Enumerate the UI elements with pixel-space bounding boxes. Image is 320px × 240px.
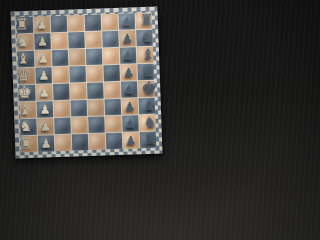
square-h7: ♟: [123, 132, 140, 149]
square-c3: [52, 50, 69, 67]
square-a8: ♜: [136, 13, 153, 30]
black-pawn-icon: ♟: [124, 83, 135, 95]
square-h3: [55, 135, 72, 152]
square-b2: ♟: [34, 33, 51, 50]
square-d2: ♟: [35, 67, 52, 84]
square-b8: ♞: [136, 30, 153, 47]
square-f6: [105, 99, 122, 116]
black-pawn-icon: ♟: [124, 100, 135, 112]
black-pawn-icon: ♟: [123, 66, 134, 78]
white-rook-icon: ♜: [19, 135, 33, 150]
square-e4: [70, 83, 87, 100]
white-pawn-icon: ♟: [37, 35, 48, 47]
board-squares: ♜♟♟♜♞♟♟♞♝♟♟♝♛♟♟♛♚♟♟♚♝♟♟♝♞♟♟♞♜♟♟♜: [17, 13, 157, 153]
square-h4: [72, 134, 89, 151]
black-knight-icon: ♞: [141, 30, 154, 44]
square-g7: ♟: [122, 115, 139, 132]
square-f1: ♝: [20, 102, 37, 119]
white-knight-icon: ♞: [16, 34, 29, 48]
square-g3: [54, 118, 71, 135]
square-c4: [69, 49, 86, 66]
black-knight-icon: ♞: [144, 115, 157, 129]
white-pawn-icon: ♟: [38, 52, 49, 64]
black-king-icon: ♚: [141, 79, 157, 97]
square-e8: ♚: [138, 81, 155, 98]
square-b7: ♟: [119, 30, 136, 47]
square-g4: [71, 117, 88, 134]
white-pawn-icon: ♟: [39, 103, 50, 115]
square-f3: [54, 101, 71, 118]
square-f4: [71, 100, 88, 117]
square-a5: [85, 14, 102, 31]
square-b3: [51, 33, 68, 50]
white-knight-icon: ♞: [19, 119, 32, 133]
square-e2: ♟: [36, 84, 53, 101]
square-h2: ♟: [38, 135, 55, 152]
white-pawn-icon: ♟: [36, 18, 47, 30]
square-c7: ♟: [120, 47, 137, 64]
white-king-icon: ♚: [16, 83, 32, 101]
square-h1: ♜: [21, 136, 38, 153]
square-e6: [104, 82, 121, 99]
square-c5: [86, 48, 103, 65]
square-a3: [51, 16, 68, 33]
white-pawn-icon: ♟: [39, 86, 50, 98]
square-g5: [88, 116, 105, 133]
square-a7: ♟: [119, 13, 136, 30]
square-d7: ♟: [120, 64, 137, 81]
square-h6: [106, 133, 123, 150]
square-e3: [53, 84, 70, 101]
square-a2: ♟: [34, 16, 51, 33]
square-e5: [87, 82, 104, 99]
square-d6: [103, 65, 120, 82]
white-pawn-icon: ♟: [40, 120, 51, 132]
square-d8: ♛: [137, 64, 154, 81]
white-bishop-icon: ♝: [17, 51, 30, 65]
square-b4: [68, 32, 85, 49]
square-d5: [86, 65, 103, 82]
square-b5: [85, 31, 102, 48]
square-f7: ♟: [122, 98, 139, 115]
square-a4: [68, 15, 85, 32]
black-pawn-icon: ♟: [121, 15, 132, 27]
black-bishop-icon: ♝: [142, 47, 155, 61]
black-queen-icon: ♛: [141, 62, 157, 80]
square-d4: [69, 66, 86, 83]
black-pawn-icon: ♟: [122, 32, 133, 44]
black-rook-icon: ♜: [144, 131, 158, 146]
black-pawn-icon: ♟: [125, 134, 136, 146]
square-a1: ♜: [17, 17, 34, 34]
white-rook-icon: ♜: [15, 16, 29, 31]
white-pawn-icon: ♟: [41, 137, 52, 149]
square-h5: [89, 133, 106, 150]
square-g6: [105, 116, 122, 133]
black-bishop-icon: ♝: [143, 98, 156, 112]
chess-board: ♜♟♟♜♞♟♟♞♝♟♟♝♛♟♟♛♚♟♟♚♝♟♟♝♞♟♟♞♜♟♟♜: [10, 6, 162, 158]
square-h8: ♜: [140, 132, 157, 149]
square-f5: [88, 99, 105, 116]
square-g2: ♟: [37, 118, 54, 135]
square-c2: ♟: [35, 50, 52, 67]
square-f2: ♟: [37, 101, 54, 118]
square-d3: [52, 67, 69, 84]
white-pawn-icon: ♟: [38, 69, 49, 81]
square-c1: ♝: [18, 51, 35, 68]
square-c6: [103, 48, 120, 65]
square-e7: ♟: [121, 81, 138, 98]
white-bishop-icon: ♝: [18, 102, 31, 116]
square-f8: ♝: [139, 98, 156, 115]
square-e1: ♚: [19, 85, 36, 102]
black-pawn-icon: ♟: [125, 117, 136, 129]
square-a6: [102, 14, 119, 31]
black-pawn-icon: ♟: [122, 49, 133, 61]
square-b6: [102, 31, 119, 48]
square-b1: ♞: [17, 34, 34, 51]
black-rook-icon: ♜: [140, 12, 154, 27]
